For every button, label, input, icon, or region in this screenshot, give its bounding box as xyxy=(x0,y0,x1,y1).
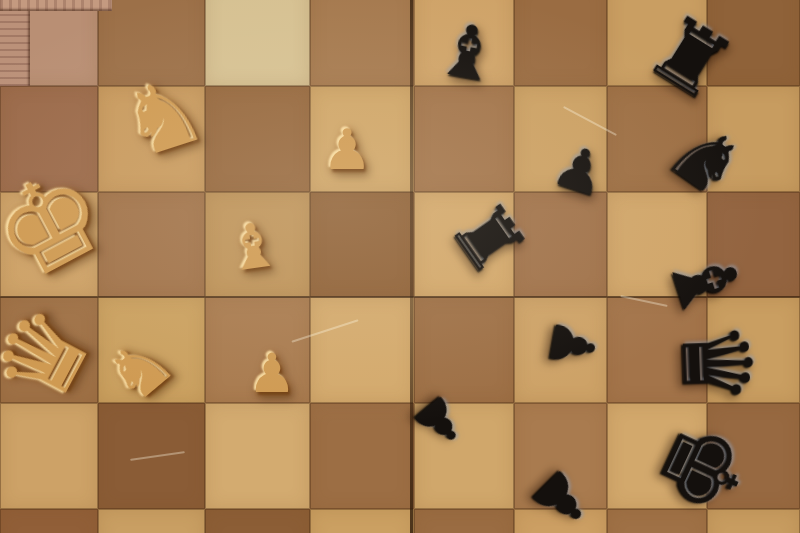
square-d5[interactable] xyxy=(310,297,414,403)
square-b4[interactable] xyxy=(98,403,205,509)
square-d8[interactable] xyxy=(310,0,414,86)
white-pawn-c5[interactable]: ♟ xyxy=(248,347,296,401)
chessboard-photo: ♞♟♚♝♛♞♟♝♜♞♟♜♝♟♛♟♚♟ xyxy=(0,0,800,533)
square-b3[interactable] xyxy=(98,509,205,533)
square-d3[interactable] xyxy=(310,509,414,533)
square-f8[interactable] xyxy=(514,0,607,86)
square-a3[interactable] xyxy=(0,509,98,533)
black-pawn-f5[interactable]: ♟ xyxy=(540,314,606,375)
square-a4[interactable] xyxy=(0,403,98,509)
square-e7[interactable] xyxy=(414,86,514,192)
black-bishop-e8[interactable]: ♝ xyxy=(430,11,506,93)
black-queen-g5[interactable]: ♛ xyxy=(667,319,765,407)
square-c7[interactable] xyxy=(205,86,310,192)
square-e3[interactable] xyxy=(414,509,514,533)
square-c4[interactable] xyxy=(205,403,310,509)
square-d6[interactable] xyxy=(310,192,414,297)
board-frame-left-edge xyxy=(0,0,30,86)
white-bishop-c6[interactable]: ♝ xyxy=(221,212,285,281)
square-c3[interactable] xyxy=(205,509,310,533)
square-e5[interactable] xyxy=(414,297,514,403)
white-pawn-d7[interactable]: ♟ xyxy=(322,122,372,178)
square-c8[interactable] xyxy=(205,0,310,86)
board-center-vertical-seam xyxy=(410,0,413,533)
square-d4[interactable] xyxy=(310,403,414,509)
board-frame-top-edge xyxy=(0,0,112,11)
